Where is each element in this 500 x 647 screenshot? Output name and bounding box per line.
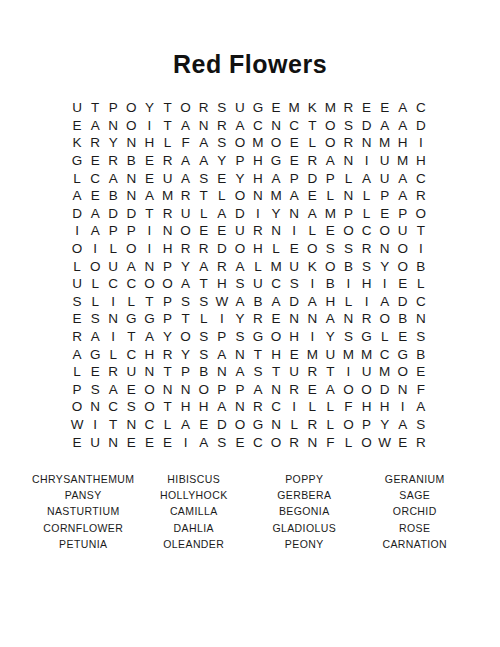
- grid-cell[interactable]: N: [267, 222, 285, 240]
- grid-cell[interactable]: N: [394, 381, 412, 399]
- grid-cell[interactable]: N: [231, 398, 249, 416]
- grid-cell[interactable]: N: [376, 240, 394, 258]
- grid-cell[interactable]: A: [122, 257, 140, 275]
- grid-cell[interactable]: L: [104, 240, 122, 258]
- grid-cell[interactable]: R: [285, 433, 303, 451]
- grid-cell[interactable]: R: [158, 205, 176, 223]
- grid-cell[interactable]: P: [68, 381, 86, 399]
- grid-cell[interactable]: C: [86, 169, 104, 187]
- grid-cell[interactable]: G: [267, 152, 285, 170]
- grid-cell[interactable]: O: [231, 134, 249, 152]
- grid-cell[interactable]: R: [412, 433, 430, 451]
- grid-cell[interactable]: I: [303, 328, 321, 346]
- grid-cell[interactable]: G: [394, 345, 412, 363]
- grid-cell[interactable]: A: [213, 398, 231, 416]
- grid-cell[interactable]: F: [412, 381, 430, 399]
- grid-cell[interactable]: P: [358, 416, 376, 434]
- grid-cell[interactable]: H: [213, 275, 231, 293]
- grid-cell[interactable]: L: [195, 310, 213, 328]
- grid-cell[interactable]: I: [140, 240, 158, 258]
- grid-cell[interactable]: N: [285, 205, 303, 223]
- grid-cell[interactable]: Y: [376, 257, 394, 275]
- grid-cell[interactable]: R: [195, 99, 213, 117]
- grid-cell[interactable]: P: [158, 310, 176, 328]
- grid-cell[interactable]: R: [213, 117, 231, 135]
- grid-cell[interactable]: M: [376, 363, 394, 381]
- grid-cell[interactable]: A: [249, 381, 267, 399]
- grid-cell[interactable]: R: [249, 310, 267, 328]
- grid-cell[interactable]: O: [231, 416, 249, 434]
- grid-cell[interactable]: N: [195, 117, 213, 135]
- grid-cell[interactable]: I: [104, 293, 122, 311]
- grid-cell[interactable]: T: [321, 363, 339, 381]
- grid-cell[interactable]: N: [285, 310, 303, 328]
- grid-cell[interactable]: A: [321, 152, 339, 170]
- grid-cell[interactable]: R: [249, 222, 267, 240]
- grid-cell[interactable]: E: [86, 363, 104, 381]
- grid-cell[interactable]: S: [213, 433, 231, 451]
- grid-cell[interactable]: N: [339, 187, 357, 205]
- grid-cell[interactable]: Y: [267, 205, 285, 223]
- grid-cell[interactable]: E: [195, 416, 213, 434]
- grid-cell[interactable]: F: [177, 134, 195, 152]
- grid-cell[interactable]: O: [86, 257, 104, 275]
- grid-cell[interactable]: L: [321, 187, 339, 205]
- grid-cell[interactable]: T: [195, 187, 213, 205]
- grid-cell[interactable]: W: [376, 433, 394, 451]
- grid-cell[interactable]: E: [321, 222, 339, 240]
- grid-cell[interactable]: Y: [177, 257, 195, 275]
- grid-cell[interactable]: I: [376, 275, 394, 293]
- grid-cell[interactable]: A: [195, 134, 213, 152]
- grid-cell[interactable]: F: [339, 398, 357, 416]
- grid-cell[interactable]: A: [177, 169, 195, 187]
- grid-cell[interactable]: O: [231, 187, 249, 205]
- grid-cell[interactable]: A: [267, 169, 285, 187]
- grid-cell[interactable]: I: [249, 205, 267, 223]
- grid-cell[interactable]: U: [68, 275, 86, 293]
- grid-cell[interactable]: S: [339, 240, 357, 258]
- grid-cell[interactable]: A: [394, 187, 412, 205]
- grid-cell[interactable]: S: [231, 328, 249, 346]
- grid-cell[interactable]: A: [177, 117, 195, 135]
- grid-cell[interactable]: S: [339, 328, 357, 346]
- grid-cell[interactable]: I: [86, 240, 104, 258]
- grid-cell[interactable]: K: [68, 134, 86, 152]
- grid-cell[interactable]: C: [140, 416, 158, 434]
- grid-cell[interactable]: I: [86, 416, 104, 434]
- grid-cell[interactable]: N: [158, 222, 176, 240]
- grid-cell[interactable]: A: [394, 117, 412, 135]
- grid-cell[interactable]: H: [195, 398, 213, 416]
- grid-cell[interactable]: L: [122, 293, 140, 311]
- grid-cell[interactable]: E: [285, 240, 303, 258]
- grid-cell[interactable]: D: [412, 117, 430, 135]
- grid-cell[interactable]: N: [140, 363, 158, 381]
- grid-cell[interactable]: R: [104, 152, 122, 170]
- grid-cell[interactable]: O: [339, 381, 357, 399]
- grid-cell[interactable]: T: [158, 363, 176, 381]
- grid-cell[interactable]: O: [177, 328, 195, 346]
- grid-cell[interactable]: U: [231, 222, 249, 240]
- grid-cell[interactable]: U: [285, 257, 303, 275]
- grid-cell[interactable]: D: [394, 293, 412, 311]
- grid-cell[interactable]: E: [285, 152, 303, 170]
- grid-cell[interactable]: O: [231, 240, 249, 258]
- grid-cell[interactable]: L: [267, 240, 285, 258]
- grid-cell[interactable]: A: [231, 257, 249, 275]
- grid-cell[interactable]: H: [249, 240, 267, 258]
- grid-cell[interactable]: I: [339, 363, 357, 381]
- grid-cell[interactable]: T: [249, 345, 267, 363]
- grid-cell[interactable]: H: [267, 345, 285, 363]
- grid-cell[interactable]: G: [249, 416, 267, 434]
- grid-cell[interactable]: R: [195, 240, 213, 258]
- grid-cell[interactable]: T: [158, 99, 176, 117]
- grid-cell[interactable]: H: [140, 134, 158, 152]
- grid-cell[interactable]: H: [140, 345, 158, 363]
- grid-cell[interactable]: R: [303, 363, 321, 381]
- grid-cell[interactable]: C: [267, 398, 285, 416]
- grid-cell[interactable]: A: [68, 345, 86, 363]
- grid-cell[interactable]: D: [285, 293, 303, 311]
- grid-cell[interactable]: S: [68, 293, 86, 311]
- grid-cell[interactable]: I: [68, 222, 86, 240]
- grid-cell[interactable]: O: [412, 205, 430, 223]
- grid-cell[interactable]: T: [177, 310, 195, 328]
- grid-cell[interactable]: U: [358, 363, 376, 381]
- grid-cell[interactable]: D: [376, 381, 394, 399]
- grid-cell[interactable]: P: [321, 169, 339, 187]
- grid-cell[interactable]: H: [412, 152, 430, 170]
- grid-cell[interactable]: P: [158, 257, 176, 275]
- grid-cell[interactable]: W: [213, 293, 231, 311]
- grid-cell[interactable]: H: [358, 275, 376, 293]
- grid-cell[interactable]: B: [339, 257, 357, 275]
- grid-cell[interactable]: R: [285, 381, 303, 399]
- grid-cell[interactable]: N: [177, 381, 195, 399]
- grid-cell[interactable]: N: [412, 310, 430, 328]
- grid-cell[interactable]: G: [358, 328, 376, 346]
- grid-cell[interactable]: C: [122, 275, 140, 293]
- grid-cell[interactable]: O: [177, 99, 195, 117]
- grid-cell[interactable]: I: [358, 152, 376, 170]
- grid-cell[interactable]: D: [213, 240, 231, 258]
- grid-cell[interactable]: U: [376, 169, 394, 187]
- grid-cell[interactable]: I: [177, 433, 195, 451]
- grid-cell[interactable]: A: [104, 381, 122, 399]
- grid-cell[interactable]: E: [86, 152, 104, 170]
- grid-cell[interactable]: N: [303, 310, 321, 328]
- grid-cell[interactable]: T: [86, 99, 104, 117]
- grid-cell[interactable]: O: [68, 398, 86, 416]
- grid-cell[interactable]: E: [358, 99, 376, 117]
- grid-cell[interactable]: A: [86, 205, 104, 223]
- grid-cell[interactable]: E: [376, 205, 394, 223]
- grid-cell[interactable]: P: [376, 187, 394, 205]
- grid-cell[interactable]: D: [122, 205, 140, 223]
- grid-cell[interactable]: O: [122, 99, 140, 117]
- grid-cell[interactable]: N: [339, 152, 357, 170]
- grid-cell[interactable]: L: [68, 257, 86, 275]
- grid-cell[interactable]: E: [213, 222, 231, 240]
- grid-cell[interactable]: O: [376, 310, 394, 328]
- grid-cell[interactable]: G: [249, 99, 267, 117]
- grid-cell[interactable]: N: [158, 381, 176, 399]
- grid-cell[interactable]: I: [140, 222, 158, 240]
- grid-cell[interactable]: O: [394, 257, 412, 275]
- grid-cell[interactable]: L: [303, 398, 321, 416]
- grid-cell[interactable]: B: [249, 293, 267, 311]
- grid-cell[interactable]: N: [122, 187, 140, 205]
- grid-cell[interactable]: B: [195, 363, 213, 381]
- grid-cell[interactable]: T: [104, 416, 122, 434]
- grid-cell[interactable]: P: [231, 152, 249, 170]
- grid-cell[interactable]: L: [339, 169, 357, 187]
- grid-cell[interactable]: B: [104, 187, 122, 205]
- grid-cell[interactable]: E: [213, 169, 231, 187]
- grid-cell[interactable]: R: [358, 310, 376, 328]
- grid-cell[interactable]: F: [321, 433, 339, 451]
- grid-cell[interactable]: U: [249, 275, 267, 293]
- grid-cell[interactable]: E: [195, 222, 213, 240]
- grid-cell[interactable]: O: [321, 257, 339, 275]
- grid-cell[interactable]: A: [394, 169, 412, 187]
- grid-cell[interactable]: E: [68, 117, 86, 135]
- grid-cell[interactable]: E: [303, 381, 321, 399]
- grid-cell[interactable]: A: [376, 293, 394, 311]
- grid-cell[interactable]: D: [358, 117, 376, 135]
- grid-cell[interactable]: T: [303, 117, 321, 135]
- grid-cell[interactable]: T: [122, 328, 140, 346]
- grid-cell[interactable]: S: [86, 381, 104, 399]
- grid-cell[interactable]: S: [213, 134, 231, 152]
- grid-cell[interactable]: S: [195, 345, 213, 363]
- grid-cell[interactable]: I: [285, 222, 303, 240]
- grid-cell[interactable]: A: [213, 205, 231, 223]
- grid-cell[interactable]: E: [285, 134, 303, 152]
- grid-cell[interactable]: B: [394, 310, 412, 328]
- grid-cell[interactable]: A: [213, 345, 231, 363]
- grid-cell[interactable]: A: [376, 117, 394, 135]
- grid-cell[interactable]: L: [249, 257, 267, 275]
- grid-cell[interactable]: A: [412, 398, 430, 416]
- grid-cell[interactable]: O: [339, 416, 357, 434]
- grid-cell[interactable]: R: [177, 240, 195, 258]
- grid-cell[interactable]: K: [303, 99, 321, 117]
- grid-cell[interactable]: I: [358, 293, 376, 311]
- grid-cell[interactable]: A: [195, 433, 213, 451]
- grid-cell[interactable]: P: [104, 222, 122, 240]
- grid-cell[interactable]: N: [339, 310, 357, 328]
- grid-cell[interactable]: S: [412, 328, 430, 346]
- grid-cell[interactable]: A: [195, 257, 213, 275]
- grid-cell[interactable]: N: [249, 187, 267, 205]
- grid-cell[interactable]: R: [104, 363, 122, 381]
- grid-cell[interactable]: O: [140, 381, 158, 399]
- grid-cell[interactable]: N: [213, 363, 231, 381]
- grid-cell[interactable]: R: [412, 187, 430, 205]
- grid-cell[interactable]: E: [158, 433, 176, 451]
- grid-cell[interactable]: C: [122, 345, 140, 363]
- grid-cell[interactable]: A: [140, 328, 158, 346]
- grid-cell[interactable]: L: [86, 275, 104, 293]
- grid-cell[interactable]: O: [321, 134, 339, 152]
- grid-cell[interactable]: N: [267, 117, 285, 135]
- grid-cell[interactable]: N: [267, 416, 285, 434]
- grid-cell[interactable]: L: [68, 169, 86, 187]
- grid-cell[interactable]: A: [231, 293, 249, 311]
- grid-cell[interactable]: G: [68, 152, 86, 170]
- grid-cell[interactable]: U: [177, 205, 195, 223]
- grid-cell[interactable]: O: [140, 275, 158, 293]
- grid-cell[interactable]: P: [285, 169, 303, 187]
- grid-cell[interactable]: E: [140, 433, 158, 451]
- grid-cell[interactable]: A: [177, 416, 195, 434]
- grid-cell[interactable]: Y: [321, 328, 339, 346]
- grid-cell[interactable]: T: [140, 293, 158, 311]
- grid-cell[interactable]: N: [140, 257, 158, 275]
- grid-cell[interactable]: M: [267, 257, 285, 275]
- grid-cell[interactable]: R: [158, 152, 176, 170]
- grid-cell[interactable]: D: [303, 169, 321, 187]
- grid-cell[interactable]: E: [376, 99, 394, 117]
- grid-cell[interactable]: D: [68, 205, 86, 223]
- grid-cell[interactable]: G: [86, 345, 104, 363]
- grid-cell[interactable]: P: [213, 328, 231, 346]
- grid-cell[interactable]: L: [358, 187, 376, 205]
- grid-cell[interactable]: O: [122, 240, 140, 258]
- grid-cell[interactable]: H: [394, 134, 412, 152]
- grid-cell[interactable]: R: [213, 257, 231, 275]
- grid-cell[interactable]: U: [285, 363, 303, 381]
- grid-cell[interactable]: O: [394, 240, 412, 258]
- grid-cell[interactable]: I: [303, 275, 321, 293]
- grid-cell[interactable]: R: [158, 345, 176, 363]
- grid-cell[interactable]: A: [68, 187, 86, 205]
- grid-cell[interactable]: M: [321, 205, 339, 223]
- grid-cell[interactable]: I: [394, 398, 412, 416]
- grid-cell[interactable]: T: [158, 117, 176, 135]
- grid-cell[interactable]: L: [358, 205, 376, 223]
- grid-cell[interactable]: A: [231, 363, 249, 381]
- grid-cell[interactable]: R: [358, 240, 376, 258]
- grid-cell[interactable]: S: [285, 275, 303, 293]
- grid-cell[interactable]: I: [339, 275, 357, 293]
- grid-cell[interactable]: R: [339, 99, 357, 117]
- grid-cell[interactable]: I: [140, 117, 158, 135]
- grid-cell[interactable]: L: [303, 222, 321, 240]
- grid-cell[interactable]: Y: [177, 345, 195, 363]
- grid-cell[interactable]: A: [303, 205, 321, 223]
- grid-cell[interactable]: A: [86, 328, 104, 346]
- grid-cell[interactable]: G: [249, 328, 267, 346]
- grid-cell[interactable]: A: [86, 222, 104, 240]
- grid-cell[interactable]: E: [412, 363, 430, 381]
- grid-cell[interactable]: H: [358, 398, 376, 416]
- grid-cell[interactable]: T: [412, 222, 430, 240]
- grid-cell[interactable]: Y: [158, 328, 176, 346]
- grid-cell[interactable]: I: [213, 310, 231, 328]
- grid-cell[interactable]: S: [358, 257, 376, 275]
- grid-cell[interactable]: N: [104, 310, 122, 328]
- grid-cell[interactable]: A: [321, 381, 339, 399]
- grid-cell[interactable]: T: [267, 363, 285, 381]
- grid-cell[interactable]: N: [104, 117, 122, 135]
- grid-cell[interactable]: C: [358, 222, 376, 240]
- grid-cell[interactable]: S: [231, 275, 249, 293]
- grid-cell[interactable]: A: [321, 310, 339, 328]
- grid-cell[interactable]: L: [339, 293, 357, 311]
- grid-cell[interactable]: R: [249, 398, 267, 416]
- grid-cell[interactable]: C: [104, 275, 122, 293]
- grid-cell[interactable]: D: [213, 416, 231, 434]
- grid-cell[interactable]: M: [376, 134, 394, 152]
- grid-cell[interactable]: N: [303, 433, 321, 451]
- grid-cell[interactable]: E: [267, 310, 285, 328]
- grid-cell[interactable]: C: [249, 433, 267, 451]
- grid-cell[interactable]: S: [195, 169, 213, 187]
- grid-cell[interactable]: I: [104, 328, 122, 346]
- grid-cell[interactable]: E: [86, 187, 104, 205]
- grid-cell[interactable]: N: [267, 381, 285, 399]
- grid-cell[interactable]: N: [122, 416, 140, 434]
- grid-cell[interactable]: A: [177, 152, 195, 170]
- grid-cell[interactable]: N: [122, 169, 140, 187]
- grid-cell[interactable]: A: [358, 169, 376, 187]
- grid-cell[interactable]: O: [321, 117, 339, 135]
- grid-cell[interactable]: O: [358, 381, 376, 399]
- grid-cell[interactable]: O: [140, 398, 158, 416]
- grid-cell[interactable]: U: [122, 363, 140, 381]
- grid-cell[interactable]: P: [394, 205, 412, 223]
- grid-cell[interactable]: Y: [376, 416, 394, 434]
- grid-cell[interactable]: E: [285, 345, 303, 363]
- grid-cell[interactable]: S: [213, 99, 231, 117]
- grid-cell[interactable]: L: [195, 205, 213, 223]
- grid-cell[interactable]: L: [285, 416, 303, 434]
- grid-cell[interactable]: T: [195, 275, 213, 293]
- grid-cell[interactable]: M: [394, 152, 412, 170]
- grid-cell[interactable]: A: [231, 117, 249, 135]
- grid-cell[interactable]: O: [195, 381, 213, 399]
- grid-cell[interactable]: H: [158, 240, 176, 258]
- grid-cell[interactable]: O: [394, 363, 412, 381]
- grid-cell[interactable]: U: [104, 257, 122, 275]
- grid-cell[interactable]: O: [267, 134, 285, 152]
- grid-cell[interactable]: D: [231, 205, 249, 223]
- grid-cell[interactable]: Y: [213, 152, 231, 170]
- grid-cell[interactable]: B: [412, 345, 430, 363]
- grid-cell[interactable]: H: [249, 169, 267, 187]
- grid-cell[interactable]: E: [303, 187, 321, 205]
- grid-cell[interactable]: U: [86, 433, 104, 451]
- grid-cell[interactable]: O: [267, 328, 285, 346]
- grid-cell[interactable]: L: [213, 187, 231, 205]
- grid-cell[interactable]: N: [358, 134, 376, 152]
- grid-cell[interactable]: R: [339, 134, 357, 152]
- grid-cell[interactable]: A: [140, 187, 158, 205]
- grid-cell[interactable]: P: [122, 222, 140, 240]
- grid-cell[interactable]: Y: [140, 99, 158, 117]
- grid-cell[interactable]: K: [303, 257, 321, 275]
- grid-cell[interactable]: C: [376, 345, 394, 363]
- grid-cell[interactable]: E: [231, 433, 249, 451]
- grid-cell[interactable]: Y: [231, 169, 249, 187]
- grid-cell[interactable]: A: [394, 416, 412, 434]
- grid-cell[interactable]: O: [267, 433, 285, 451]
- grid-cell[interactable]: M: [285, 99, 303, 117]
